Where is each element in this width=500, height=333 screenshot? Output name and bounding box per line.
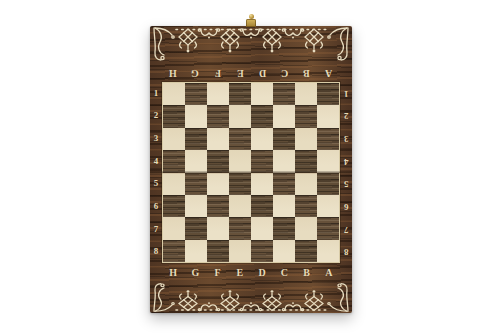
square-c7[interactable] [273,217,295,239]
square-e8[interactable] [229,240,251,262]
square-f1[interactable] [207,83,229,105]
square-c8[interactable] [273,240,295,262]
square-h7[interactable] [163,217,185,239]
square-d2[interactable] [251,105,273,127]
file-label-a: A [325,68,332,78]
square-c4[interactable] [273,150,295,172]
square-e5[interactable] [229,173,251,195]
square-b1[interactable] [295,83,317,105]
rank-label-2: 2 [154,111,159,120]
square-e3[interactable] [229,128,251,150]
square-g4[interactable] [185,150,207,172]
square-h3[interactable] [163,128,185,150]
file-labels-bottom: HGFEDCBA [162,263,340,282]
file-label-b: B [303,68,310,78]
file-label-a: A [325,268,332,278]
rank-label-1: 1 [344,89,349,98]
chessboard-product-photo: HGFEDCBA 12345678 12345678 HGFEDCBA [0,0,500,333]
square-b5[interactable] [295,173,317,195]
square-a4[interactable] [317,150,339,172]
chess-board: HGFEDCBA 12345678 12345678 HGFEDCBA [150,26,352,313]
rank-label-2: 2 [344,111,349,120]
file-label-d: D [259,268,266,278]
square-e1[interactable] [229,83,251,105]
rank-label-6: 6 [154,202,159,211]
square-b3[interactable] [295,128,317,150]
square-e4[interactable] [229,150,251,172]
square-c6[interactable] [273,195,295,217]
square-d6[interactable] [251,195,273,217]
square-c3[interactable] [273,128,295,150]
file-label-g: G [191,68,199,78]
square-f7[interactable] [207,217,229,239]
square-h4[interactable] [163,150,185,172]
rank-label-8: 8 [344,247,349,256]
square-c2[interactable] [273,105,295,127]
square-g5[interactable] [185,173,207,195]
square-g8[interactable] [185,240,207,262]
square-f6[interactable] [207,195,229,217]
square-a1[interactable] [317,83,339,105]
square-d5[interactable] [251,173,273,195]
file-label-b: B [303,268,310,278]
rank-label-5: 5 [344,179,349,188]
rank-label-3: 3 [154,134,159,143]
rank-label-5: 5 [154,179,159,188]
square-c5[interactable] [273,173,295,195]
square-a8[interactable] [317,240,339,262]
clasp-plate-icon [246,19,256,27]
file-label-h: H [169,68,177,78]
file-label-e: E [237,68,244,78]
square-f3[interactable] [207,128,229,150]
square-g2[interactable] [185,105,207,127]
file-label-e: E [237,268,244,278]
square-c1[interactable] [273,83,295,105]
square-b6[interactable] [295,195,317,217]
ornament-band-bottom [150,281,352,313]
square-f2[interactable] [207,105,229,127]
brass-clasp [244,14,258,27]
file-label-g: G [191,268,199,278]
square-h5[interactable] [163,173,185,195]
board-grid [162,82,340,263]
rank-label-4: 4 [344,157,349,166]
square-b2[interactable] [295,105,317,127]
square-f8[interactable] [207,240,229,262]
square-a5[interactable] [317,173,339,195]
rank-label-4: 4 [154,157,159,166]
square-f5[interactable] [207,173,229,195]
file-label-c: C [281,68,288,78]
rank-labels-right: 12345678 [340,82,352,263]
square-h2[interactable] [163,105,185,127]
square-a2[interactable] [317,105,339,127]
rank-label-6: 6 [344,202,349,211]
square-h6[interactable] [163,195,185,217]
rank-labels-left: 12345678 [150,82,162,263]
square-b8[interactable] [295,240,317,262]
square-e2[interactable] [229,105,251,127]
rank-label-7: 7 [344,225,349,234]
rank-label-3: 3 [344,134,349,143]
ornament-flourish-icon [150,26,352,63]
rank-label-8: 8 [154,247,159,256]
square-g3[interactable] [185,128,207,150]
square-h8[interactable] [163,240,185,262]
square-b4[interactable] [295,150,317,172]
square-a3[interactable] [317,128,339,150]
square-d3[interactable] [251,128,273,150]
square-d4[interactable] [251,150,273,172]
file-label-h: H [169,268,177,278]
square-f4[interactable] [207,150,229,172]
rank-label-7: 7 [154,225,159,234]
square-d7[interactable] [251,217,273,239]
file-label-f: F [215,68,221,78]
square-d8[interactable] [251,240,273,262]
square-g7[interactable] [185,217,207,239]
square-e6[interactable] [229,195,251,217]
ornament-band-top [150,26,352,63]
square-b7[interactable] [295,217,317,239]
file-label-f: F [215,268,221,278]
ornament-flourish-icon [150,281,352,313]
square-g1[interactable] [185,83,207,105]
square-a6[interactable] [317,195,339,217]
square-a7[interactable] [317,217,339,239]
square-g6[interactable] [185,195,207,217]
square-h1[interactable] [163,83,185,105]
file-label-c: C [281,268,288,278]
file-labels-top: HGFEDCBA [162,63,340,82]
rank-label-1: 1 [154,89,159,98]
file-label-d: D [259,68,266,78]
square-d1[interactable] [251,83,273,105]
square-e7[interactable] [229,217,251,239]
